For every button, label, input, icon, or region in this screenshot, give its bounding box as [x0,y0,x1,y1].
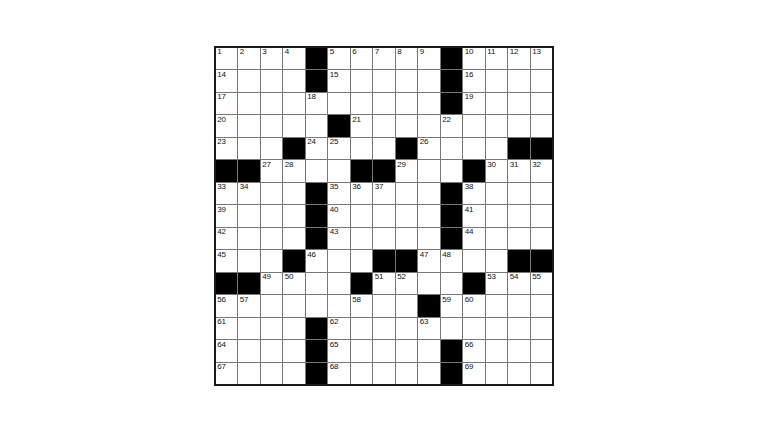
black-cell [351,273,373,295]
white-cell[interactable]: 66 [463,340,485,362]
clue-number: 58 [352,296,361,304]
black-cell [441,48,463,70]
page: 1234567891011121314151617181920212223242… [0,0,768,432]
clue-number: 62 [330,318,339,326]
clue-number: 23 [217,138,226,146]
clue-number: 5 [330,48,334,56]
white-cell[interactable] [463,250,485,272]
white-cell[interactable] [486,295,508,317]
clue-number: 2 [240,48,244,56]
white-cell[interactable] [238,228,260,250]
white-cell[interactable] [396,363,418,385]
white-cell[interactable] [351,250,373,272]
clue-number: 44 [465,228,474,236]
white-cell[interactable] [373,93,395,115]
black-cell [306,228,328,250]
white-cell[interactable] [261,363,283,385]
white-cell[interactable] [486,183,508,205]
white-cell[interactable] [351,205,373,227]
black-cell [396,138,418,160]
clue-number: 14 [217,71,226,79]
white-cell[interactable] [261,295,283,317]
clue-number: 3 [262,48,266,56]
white-cell[interactable]: 46 [306,250,328,272]
black-cell [306,205,328,227]
clue-number: 63 [420,318,429,326]
white-cell[interactable]: 67 [216,363,238,385]
white-cell[interactable] [486,318,508,340]
black-cell [306,183,328,205]
white-cell[interactable] [261,340,283,362]
white-cell[interactable] [486,250,508,272]
white-cell[interactable]: 2 [238,48,260,70]
white-cell[interactable] [463,115,485,137]
clue-number: 10 [465,48,474,56]
clue-number: 55 [532,273,541,281]
white-cell[interactable] [418,70,440,92]
black-cell [306,340,328,362]
clue-number: 48 [442,251,451,259]
white-cell[interactable]: 32 [531,160,553,182]
white-cell[interactable] [531,183,553,205]
white-cell[interactable] [238,205,260,227]
white-cell[interactable]: 60 [463,295,485,317]
white-cell[interactable]: 49 [261,273,283,295]
white-cell[interactable] [283,363,305,385]
white-cell[interactable]: 7 [373,48,395,70]
white-cell[interactable] [261,138,283,160]
white-cell[interactable]: 58 [351,295,373,317]
white-cell[interactable] [328,93,350,115]
black-cell [441,93,463,115]
clue-number: 6 [352,48,356,56]
white-cell[interactable]: 55 [531,273,553,295]
white-cell[interactable] [486,205,508,227]
white-cell[interactable] [396,70,418,92]
white-cell[interactable] [373,340,395,362]
white-cell[interactable] [351,318,373,340]
clue-number: 21 [352,116,361,124]
black-cell [441,205,463,227]
white-cell[interactable] [396,340,418,362]
white-cell[interactable]: 14 [216,70,238,92]
clue-number: 15 [330,71,339,79]
clue-number: 1 [217,48,221,56]
clue-number: 32 [532,161,541,169]
white-cell[interactable]: 30 [486,160,508,182]
black-cell [463,160,485,182]
white-cell[interactable] [261,70,283,92]
black-cell [238,160,260,182]
white-cell[interactable] [463,318,485,340]
white-cell[interactable] [486,228,508,250]
white-cell[interactable] [373,228,395,250]
clue-number: 18 [307,93,316,101]
white-cell[interactable] [306,115,328,137]
white-cell[interactable] [396,295,418,317]
white-cell[interactable] [418,115,440,137]
white-cell[interactable]: 39 [216,205,238,227]
clue-number: 64 [217,341,226,349]
white-cell[interactable] [486,115,508,137]
white-cell[interactable] [238,363,260,385]
white-cell[interactable] [508,228,530,250]
white-cell[interactable] [373,138,395,160]
white-cell[interactable]: 52 [396,273,418,295]
clue-number: 36 [352,183,361,191]
black-cell [283,250,305,272]
white-cell[interactable] [441,138,463,160]
white-cell[interactable] [418,93,440,115]
white-cell[interactable] [261,115,283,137]
white-cell[interactable] [351,138,373,160]
white-cell[interactable]: 37 [373,183,395,205]
white-cell[interactable] [418,205,440,227]
white-cell[interactable] [306,160,328,182]
black-cell [216,160,238,182]
white-cell[interactable] [486,93,508,115]
white-cell[interactable]: 6 [351,48,373,70]
clue-number: 11 [487,48,495,56]
clue-number: 47 [420,251,429,259]
clue-number: 22 [442,116,451,124]
white-cell[interactable]: 59 [441,295,463,317]
black-cell [531,138,553,160]
white-cell[interactable] [283,93,305,115]
clue-number: 43 [330,228,339,236]
white-cell[interactable]: 47 [418,250,440,272]
clue-number: 13 [532,48,541,56]
white-cell[interactable]: 3 [261,48,283,70]
clue-number: 24 [307,138,316,146]
white-cell[interactable] [486,138,508,160]
white-cell[interactable] [261,205,283,227]
white-cell[interactable] [373,70,395,92]
clue-number: 56 [217,296,226,304]
clue-number: 29 [397,161,406,169]
black-cell [373,160,395,182]
black-cell [418,295,440,317]
black-cell [306,363,328,385]
white-cell[interactable]: 21 [351,115,373,137]
clue-number: 9 [420,48,424,56]
black-cell [328,115,350,137]
white-cell[interactable] [531,205,553,227]
black-cell [463,273,485,295]
black-cell [238,273,260,295]
white-cell[interactable] [238,138,260,160]
white-cell[interactable]: 26 [418,138,440,160]
white-cell[interactable] [531,363,553,385]
clue-number: 39 [217,206,226,214]
black-cell [373,250,395,272]
white-cell[interactable] [283,205,305,227]
black-cell [351,160,373,182]
white-cell[interactable] [441,318,463,340]
clue-number: 31 [510,161,519,169]
black-cell [216,273,238,295]
white-cell[interactable]: 27 [261,160,283,182]
clue-number: 37 [375,183,384,191]
white-cell[interactable] [418,363,440,385]
black-cell [508,250,530,272]
white-cell[interactable] [261,183,283,205]
white-cell[interactable] [508,115,530,137]
white-cell[interactable]: 1 [216,48,238,70]
white-cell[interactable] [351,93,373,115]
white-cell[interactable]: 8 [396,48,418,70]
white-cell[interactable]: 45 [216,250,238,272]
white-cell[interactable] [508,183,530,205]
white-cell[interactable] [373,295,395,317]
clue-number: 61 [217,318,226,326]
white-cell[interactable] [396,115,418,137]
clue-number: 8 [397,48,401,56]
clue-number: 35 [330,183,339,191]
white-cell[interactable] [396,205,418,227]
white-cell[interactable] [306,295,328,317]
white-cell[interactable]: 19 [463,93,485,115]
white-cell[interactable] [531,228,553,250]
white-cell[interactable] [351,340,373,362]
white-cell[interactable]: 64 [216,340,238,362]
white-cell[interactable] [508,70,530,92]
white-cell[interactable] [508,363,530,385]
white-cell[interactable]: 44 [463,228,485,250]
clue-number: 4 [285,48,289,56]
white-cell[interactable]: 10 [463,48,485,70]
white-cell[interactable] [306,273,328,295]
white-cell[interactable]: 11 [486,48,508,70]
white-cell[interactable] [396,228,418,250]
white-cell[interactable] [283,228,305,250]
white-cell[interactable] [486,70,508,92]
white-cell[interactable]: 57 [238,295,260,317]
white-cell[interactable]: 15 [328,70,350,92]
white-cell[interactable] [328,295,350,317]
white-cell[interactable] [373,363,395,385]
clue-number: 57 [240,296,249,304]
white-cell[interactable]: 50 [283,273,305,295]
white-cell[interactable] [441,273,463,295]
white-cell[interactable]: 68 [328,363,350,385]
white-cell[interactable]: 17 [216,93,238,115]
white-cell[interactable] [238,70,260,92]
white-cell[interactable]: 61 [216,318,238,340]
clue-number: 16 [465,71,474,79]
black-cell [441,228,463,250]
clue-number: 38 [465,183,474,191]
black-cell [306,48,328,70]
black-cell [531,250,553,272]
white-cell[interactable] [351,70,373,92]
clue-number: 27 [262,161,271,169]
white-cell[interactable]: 40 [328,205,350,227]
white-cell[interactable] [283,295,305,317]
black-cell [441,70,463,92]
clue-number: 42 [217,228,226,236]
white-cell[interactable]: 65 [328,340,350,362]
black-cell [306,318,328,340]
clue-number: 49 [262,273,271,281]
white-cell[interactable]: 20 [216,115,238,137]
crossword-grid: 1234567891011121314151617181920212223242… [214,46,555,387]
white-cell[interactable] [283,183,305,205]
clue-number: 66 [465,341,474,349]
white-cell[interactable]: 42 [216,228,238,250]
clue-number: 40 [330,206,339,214]
clue-number: 50 [285,273,294,281]
clue-number: 30 [487,161,496,169]
white-cell[interactable]: 23 [216,138,238,160]
white-cell[interactable] [328,273,350,295]
clue-number: 59 [442,296,451,304]
clue-number: 54 [510,273,519,281]
clue-number: 45 [217,251,226,259]
white-cell[interactable]: 63 [418,318,440,340]
white-cell[interactable] [238,250,260,272]
clue-number: 41 [465,206,474,214]
white-cell[interactable]: 36 [351,183,373,205]
white-cell[interactable]: 5 [328,48,350,70]
clue-number: 67 [217,363,226,371]
white-cell[interactable] [261,228,283,250]
white-cell[interactable] [418,183,440,205]
white-cell[interactable] [531,295,553,317]
white-cell[interactable]: 33 [216,183,238,205]
white-cell[interactable] [508,295,530,317]
white-cell[interactable]: 4 [283,48,305,70]
white-cell[interactable]: 24 [306,138,328,160]
black-cell [441,340,463,362]
white-cell[interactable] [261,93,283,115]
clue-number: 60 [465,296,474,304]
clue-number: 17 [217,93,226,101]
white-cell[interactable]: 41 [463,205,485,227]
white-cell[interactable] [261,318,283,340]
clue-number: 7 [375,48,379,56]
white-cell[interactable]: 22 [441,115,463,137]
clue-number: 52 [397,273,406,281]
black-cell [283,138,305,160]
white-cell[interactable] [351,228,373,250]
white-cell[interactable] [418,228,440,250]
white-cell[interactable] [238,115,260,137]
white-cell[interactable] [328,160,350,182]
white-cell[interactable] [238,340,260,362]
clue-number: 28 [285,161,294,169]
white-cell[interactable] [238,93,260,115]
black-cell [508,138,530,160]
black-cell [306,70,328,92]
white-cell[interactable] [396,183,418,205]
white-cell[interactable]: 38 [463,183,485,205]
white-cell[interactable] [486,340,508,362]
white-cell[interactable] [531,340,553,362]
white-cell[interactable]: 34 [238,183,260,205]
clue-number: 53 [487,273,496,281]
white-cell[interactable] [508,205,530,227]
white-cell[interactable]: 51 [373,273,395,295]
white-cell[interactable]: 69 [463,363,485,385]
white-cell[interactable] [283,115,305,137]
clue-number: 68 [330,363,339,371]
white-cell[interactable] [373,205,395,227]
white-cell[interactable] [373,318,395,340]
white-cell[interactable]: 48 [441,250,463,272]
white-cell[interactable] [441,160,463,182]
white-cell[interactable] [531,70,553,92]
clue-number: 69 [465,363,474,371]
clue-number: 46 [307,251,316,259]
clue-number: 19 [465,93,474,101]
white-cell[interactable] [373,115,395,137]
clue-number: 20 [217,116,226,124]
clue-number: 26 [420,138,429,146]
clue-number: 65 [330,341,339,349]
white-cell[interactable]: 25 [328,138,350,160]
clue-number: 34 [240,183,249,191]
white-cell[interactable]: 12 [508,48,530,70]
white-cell[interactable]: 29 [396,160,418,182]
white-cell[interactable] [396,93,418,115]
black-cell [441,183,463,205]
white-cell[interactable]: 13 [531,48,553,70]
white-cell[interactable] [531,115,553,137]
white-cell[interactable]: 9 [418,48,440,70]
white-cell[interactable]: 16 [463,70,485,92]
white-cell[interactable] [261,250,283,272]
white-cell[interactable] [283,70,305,92]
white-cell[interactable]: 54 [508,273,530,295]
clue-number: 25 [330,138,339,146]
white-cell[interactable] [283,318,305,340]
white-cell[interactable] [283,340,305,362]
white-cell[interactable] [328,250,350,272]
clue-number: 12 [510,48,519,56]
white-cell[interactable] [351,363,373,385]
black-cell [441,363,463,385]
white-cell[interactable] [486,363,508,385]
white-cell[interactable]: 28 [283,160,305,182]
white-cell[interactable] [508,340,530,362]
white-cell[interactable]: 43 [328,228,350,250]
white-cell[interactable]: 53 [486,273,508,295]
white-cell[interactable] [531,318,553,340]
white-cell[interactable] [508,318,530,340]
white-cell[interactable] [238,318,260,340]
white-cell[interactable] [418,273,440,295]
white-cell[interactable] [396,318,418,340]
white-cell[interactable] [463,138,485,160]
white-cell[interactable] [418,340,440,362]
black-cell [396,250,418,272]
white-cell[interactable] [418,160,440,182]
clue-number: 33 [217,183,226,191]
white-cell[interactable]: 35 [328,183,350,205]
white-cell[interactable]: 18 [306,93,328,115]
white-cell[interactable]: 31 [508,160,530,182]
white-cell[interactable] [508,93,530,115]
white-cell[interactable] [531,93,553,115]
clue-number: 51 [375,273,384,281]
white-cell[interactable]: 56 [216,295,238,317]
white-cell[interactable]: 62 [328,318,350,340]
